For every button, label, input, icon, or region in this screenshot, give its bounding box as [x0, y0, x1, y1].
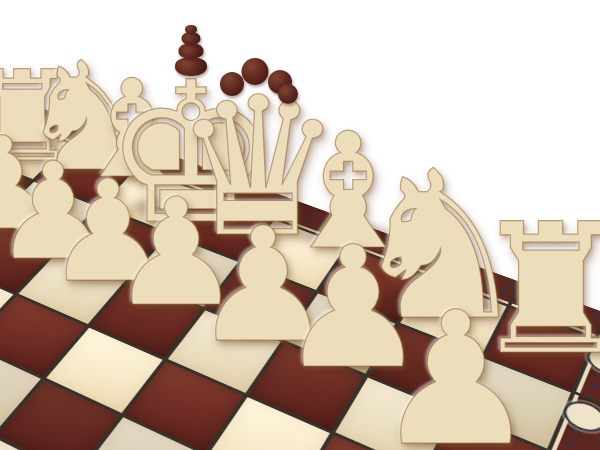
queen-dark-crown-ball [242, 58, 269, 85]
chess-set-photo: 7 ♜♞♝♚♛♝♞♜♟♟♟♟♟♟♟ [0, 0, 600, 450]
pawn-b2[interactable]: ♟ [374, 287, 539, 450]
queen-dark-crown-ball [220, 72, 244, 96]
pieces-layer: ♜♞♝♚♛♝♞♜♟♟♟♟♟♟♟ [0, 0, 600, 450]
king-dark-finial-bead [185, 25, 197, 34]
